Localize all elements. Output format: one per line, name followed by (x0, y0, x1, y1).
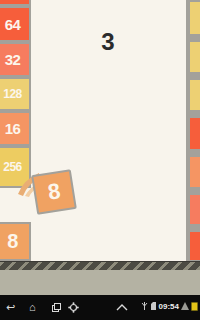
falling-tile-8: 8 (31, 169, 77, 215)
right-tile-2 (186, 38, 200, 76)
collapse-caret-icon[interactable] (116, 304, 128, 311)
ground-strip (0, 270, 200, 295)
signal-icon (141, 301, 148, 311)
floor-tile-8: 8 (0, 222, 31, 261)
clock: 09:54 (159, 302, 179, 311)
right-tile-1 (186, 0, 200, 38)
right-tile-6 (186, 191, 200, 228)
left-tile-16: 16 (0, 111, 31, 146)
screen-capture-icon[interactable] (68, 302, 79, 313)
floor-hatch-strip (0, 261, 200, 270)
android-navigation-bar: ↩ ⌂ 09:54 (0, 295, 200, 320)
storage-icon (150, 301, 157, 311)
home-icon[interactable]: ⌂ (29, 301, 36, 313)
battery-icon (191, 302, 198, 311)
game-screen: 3 64 32 128 16 256 8 8 ↩ ⌂ (0, 0, 200, 320)
right-tile-5 (186, 153, 200, 191)
alert-icon (181, 302, 189, 310)
left-tile-64: 64 (0, 6, 31, 42)
right-tile-4 (186, 114, 200, 153)
right-tile-3 (186, 76, 200, 114)
right-tile-7 (186, 228, 200, 264)
recent-apps-icon[interactable] (52, 303, 61, 312)
back-icon[interactable]: ↩ (6, 301, 15, 313)
left-tile-32: 32 (0, 42, 31, 77)
hud-counter: 3 (96, 28, 120, 56)
left-tile-128: 128 (0, 77, 31, 111)
status-cluster: 09:54 (141, 301, 198, 311)
